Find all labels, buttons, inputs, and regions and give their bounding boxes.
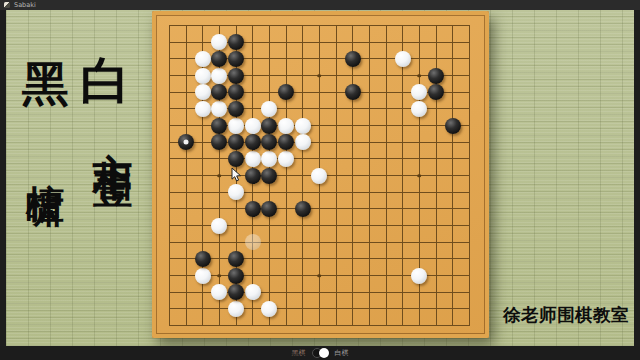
stone-white[interactable]	[395, 51, 411, 67]
stone-white[interactable]	[411, 268, 427, 284]
mouse-cursor	[231, 167, 243, 183]
stone-white[interactable]	[411, 84, 427, 100]
bar-white-player: 白棋	[335, 350, 349, 357]
stone-white[interactable]	[278, 118, 294, 134]
stones-layer[interactable]	[152, 11, 489, 338]
stone-white[interactable]	[245, 118, 261, 134]
stone-black[interactable]	[345, 84, 361, 100]
app-icon	[4, 2, 10, 8]
white-player-label: 白	[80, 56, 130, 106]
stone-black[interactable]	[211, 51, 227, 67]
stone-white[interactable]	[245, 284, 261, 300]
stone-white[interactable]	[211, 284, 227, 300]
stone-black[interactable]	[228, 51, 244, 67]
stone-white[interactable]	[295, 118, 311, 134]
star-point	[318, 74, 322, 78]
stone-black[interactable]	[228, 251, 244, 267]
stone-black[interactable]	[228, 268, 244, 284]
stone-black[interactable]	[261, 168, 277, 184]
stone-white[interactable]	[228, 301, 244, 317]
star-point	[418, 74, 422, 78]
stone-white[interactable]	[211, 218, 227, 234]
stone-white[interactable]	[261, 151, 277, 167]
stone-black[interactable]	[211, 134, 227, 150]
stone-black[interactable]	[228, 68, 244, 84]
sabaki-window: Sabaki 黑 檀啸 白 卞相壹 徐老师围棋教室 黑棋 白棋	[0, 0, 640, 360]
stone-black[interactable]	[345, 51, 361, 67]
stone-white[interactable]	[245, 151, 261, 167]
stone-black[interactable]	[245, 201, 261, 217]
stone-black[interactable]	[195, 251, 211, 267]
turn-toggle[interactable]	[312, 348, 329, 358]
stone-black[interactable]	[445, 118, 461, 134]
stone-black[interactable]	[278, 84, 294, 100]
bar-black-player: 黑棋	[292, 350, 306, 357]
stone-black[interactable]	[228, 34, 244, 50]
stone-black[interactable]	[261, 201, 277, 217]
white-stone-icon	[319, 348, 329, 358]
classroom-caption: 徐老师围棋教室	[503, 303, 629, 327]
goban[interactable]	[152, 11, 489, 338]
stone-black[interactable]	[211, 84, 227, 100]
stone-white[interactable]	[195, 268, 211, 284]
stone-black[interactable]	[261, 134, 277, 150]
stone-white[interactable]	[411, 101, 427, 117]
window-title: Sabaki	[14, 2, 36, 9]
ghost-stone	[245, 234, 261, 250]
stone-black[interactable]	[228, 101, 244, 117]
stone-white[interactable]	[228, 118, 244, 134]
player-bar: 黑棋 白棋	[0, 346, 640, 360]
stone-white[interactable]	[261, 101, 277, 117]
stone-white[interactable]	[211, 101, 227, 117]
stone-black[interactable]	[428, 68, 444, 84]
stone-white[interactable]	[211, 68, 227, 84]
star-point	[218, 174, 222, 178]
stone-black[interactable]	[261, 118, 277, 134]
stone-black[interactable]	[228, 151, 244, 167]
stone-white[interactable]	[261, 301, 277, 317]
stone-white[interactable]	[195, 101, 211, 117]
stone-white[interactable]	[311, 168, 327, 184]
stone-white[interactable]	[278, 151, 294, 167]
stone-white[interactable]	[211, 34, 227, 50]
stone-black[interactable]	[211, 118, 227, 134]
stone-black[interactable]	[245, 168, 261, 184]
star-point	[318, 274, 322, 278]
stone-black[interactable]	[428, 84, 444, 100]
stone-black[interactable]	[228, 284, 244, 300]
stone-white[interactable]	[195, 51, 211, 67]
black-player-label: 黑	[22, 60, 69, 107]
title-bar: Sabaki	[0, 0, 640, 10]
stone-black[interactable]	[228, 134, 244, 150]
star-point	[418, 174, 422, 178]
stone-black[interactable]	[228, 84, 244, 100]
last-move-marker	[183, 140, 188, 145]
star-point	[218, 274, 222, 278]
stone-black[interactable]	[178, 134, 194, 150]
stone-white[interactable]	[295, 134, 311, 150]
white-player-name: 卞相壹	[93, 120, 133, 144]
stone-white[interactable]	[195, 68, 211, 84]
stone-black[interactable]	[245, 134, 261, 150]
stone-black[interactable]	[295, 201, 311, 217]
black-player-name: 檀啸	[26, 152, 64, 166]
stone-white[interactable]	[228, 184, 244, 200]
stone-black[interactable]	[278, 134, 294, 150]
stone-white[interactable]	[195, 84, 211, 100]
